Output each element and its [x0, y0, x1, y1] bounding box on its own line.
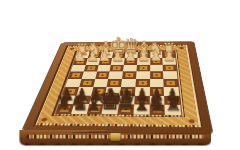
piece-bR[interactable]: ♜ — [164, 94, 182, 114]
square[interactable] — [122, 72, 136, 79]
product-photo-stage: ♜♞♝♚♛♝♞♜♟♟♟♟♟♟♟♟♟♟♟♟♟♟♟♟♜♞♝♚♛♝♞♜ — [0, 0, 240, 150]
square[interactable] — [108, 72, 123, 79]
square[interactable] — [136, 64, 149, 71]
chessboard: ♜♞♝♚♛♝♞♜♟♟♟♟♟♟♟♟♟♟♟♟♟♟♟♟♜♞♝♚♛♝♞♜ — [27, 43, 208, 131]
square[interactable] — [123, 65, 137, 72]
square[interactable] — [163, 64, 177, 71]
square[interactable] — [110, 65, 124, 72]
brass-clasp — [110, 132, 121, 141]
square[interactable] — [150, 64, 163, 71]
